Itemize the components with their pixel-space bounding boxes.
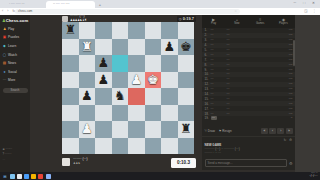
square-e4[interactable] [128, 88, 145, 105]
move-time: ···· [289, 112, 293, 116]
square-b7[interactable]: ♜ [79, 39, 96, 56]
tab-strip: · ···· ····· ··· ·· ···· ···· ···· + ─ □… [0, 0, 320, 8]
black-move[interactable]: ··· [227, 72, 243, 76]
sidebar-item-watch[interactable]: ▢Watch [0, 50, 30, 59]
browser-tab-2[interactable]: ·· ···· ···· ···· [46, 1, 95, 8]
url-field[interactable]: ☆ chess.com [15, 9, 240, 14]
bookmark-star-icon[interactable]: ☆ [234, 9, 237, 14]
square-h3[interactable] [178, 105, 195, 122]
black-move[interactable]: ··· [227, 58, 243, 62]
move-time: ···· [289, 68, 293, 72]
square-f3[interactable] [145, 105, 162, 122]
piece-white-pawn[interactable]: ♟ [81, 121, 93, 137]
opponent-bar: ········ (···) ♟♟♟♟♞♝♜ ◷ 0:19.7 [62, 15, 196, 22]
start-button[interactable]: ⊞ [3, 174, 8, 179]
move-time: ···· [289, 28, 293, 32]
square-a3[interactable] [62, 105, 79, 122]
taskbar-app-icon[interactable] [46, 174, 51, 179]
sidebar-item-label: Play [8, 27, 14, 31]
white-move[interactable]: ··· [211, 97, 214, 101]
game-panel: ▶Play+New≡Games◉Players 1.··········2.··… [202, 15, 295, 170]
square-f6[interactable] [145, 55, 162, 72]
square-a2[interactable] [62, 121, 79, 138]
sidebar-item-label: Learn [8, 44, 16, 48]
tab-favicon [49, 3, 52, 6]
black-move[interactable]: ··· [227, 38, 243, 42]
square-g4[interactable] [161, 88, 178, 105]
square-h8[interactable] [178, 22, 195, 39]
chat-area: NEW GAME·········· (···) ·· ·········· (… [202, 143, 295, 157]
black-move[interactable]: ··· [227, 43, 243, 47]
player-clock: 0:10.3 [171, 158, 196, 168]
chess-board: ♜♜♟♚♟♟♟♚♟♞♟♜ [62, 22, 194, 154]
move-time: ···· [289, 63, 293, 67]
square-f1[interactable] [145, 138, 162, 155]
white-move[interactable]: ··· [211, 102, 214, 106]
square-e8[interactable] [128, 22, 145, 39]
move-time: ···· [289, 102, 293, 106]
move-time: ···· [289, 72, 293, 76]
move-time: ·· [291, 116, 293, 120]
square-d7[interactable] [112, 39, 129, 56]
square-g6[interactable] [161, 55, 178, 72]
browser-tab-1[interactable]: · ···· ····· ··· [2, 1, 45, 8]
square-h5[interactable] [178, 72, 195, 89]
clock-icon: ◷ [179, 17, 182, 21]
white-move[interactable]: ··· [211, 92, 214, 96]
black-move[interactable]: ··· [227, 33, 243, 37]
url-text: chess.com [18, 9, 32, 13]
square-a6[interactable] [62, 55, 79, 72]
square-h4[interactable] [178, 88, 195, 105]
square-f4[interactable] [145, 88, 162, 105]
piece-black-pawn[interactable]: ♟ [97, 55, 109, 71]
first-move-button[interactable]: « [261, 128, 268, 134]
white-move[interactable]: ··· [211, 107, 214, 111]
square-d3[interactable] [112, 105, 129, 122]
square-d4[interactable]: ♞ [112, 88, 129, 105]
sidebar-item-puzzles[interactable]: ▣Puzzles [0, 33, 30, 42]
right-gutter [295, 15, 320, 172]
browser-chrome: · ···· ····· ··· ·· ···· ···· ···· + ─ □… [0, 0, 320, 15]
square-f8[interactable] [145, 22, 162, 39]
square-g7[interactable]: ♟ [161, 39, 178, 56]
square-c4[interactable] [95, 88, 112, 105]
piece-black-king[interactable]: ♚ [180, 39, 192, 55]
panel-tab-label: Games [249, 22, 272, 25]
square-d2[interactable] [112, 121, 129, 138]
white-move[interactable]: ··· [211, 87, 214, 91]
play-icon: ♟ [3, 27, 7, 31]
black-move[interactable]: ··· [227, 53, 243, 57]
sidebar-item-more[interactable]: ⋯More [0, 76, 30, 85]
piece-black-rook[interactable]: ♜ [64, 22, 76, 38]
square-f2[interactable] [145, 121, 162, 138]
more-icon: ⋯ [3, 78, 7, 82]
white-move[interactable]: ··· [211, 28, 214, 32]
move-list: 1.··········2.··········3.··········4.··… [202, 28, 295, 127]
panel-tab-games[interactable]: ≡Games [249, 15, 272, 28]
black-move[interactable]: ··· [227, 63, 243, 67]
taskbar-app-icon[interactable] [24, 174, 29, 179]
white-move[interactable]: ··· [211, 43, 214, 47]
sidebar-item-news[interactable]: ▤News [0, 59, 30, 68]
square-d5[interactable] [112, 72, 129, 89]
taskbar-app-icon[interactable] [10, 174, 15, 179]
window-controls[interactable]: ─ □ ✕ [294, 0, 318, 7]
black-move[interactable]: ··· [227, 102, 243, 106]
last-move-button[interactable]: » [286, 128, 293, 134]
move-time: ···· [289, 77, 293, 81]
resign-button[interactable]: ⚑ Resign [219, 129, 232, 133]
taskbar-app-icon[interactable] [38, 174, 43, 179]
move-time: ···· [289, 82, 293, 86]
player-captured-pieces: ♟♟♞ [73, 162, 80, 165]
white-move[interactable]: ··· [211, 77, 214, 81]
square-e7[interactable] [128, 39, 145, 56]
square-b5[interactable] [79, 72, 96, 89]
move-time: ···· [289, 43, 293, 47]
square-g3[interactable] [161, 105, 178, 122]
square-c1[interactable] [95, 138, 112, 155]
black-move[interactable]: ··· [227, 112, 243, 116]
white-move[interactable]: ··· [211, 72, 214, 76]
settings-gear-icon[interactable]: ⚙ [289, 161, 293, 166]
square-c2[interactable] [95, 121, 112, 138]
black-move[interactable]: ··· [227, 28, 243, 32]
white-move[interactable]: ··· [211, 48, 214, 52]
square-c7[interactable] [95, 39, 112, 56]
chat-line: ········ · ·· ··· [205, 152, 293, 156]
sidebar-item-learn[interactable]: ◆Learn [0, 42, 30, 51]
square-b4[interactable]: ♟ [79, 88, 96, 105]
square-c5[interactable]: ♟ [95, 72, 112, 89]
square-g2[interactable] [161, 121, 178, 138]
learn-icon: ◆ [3, 44, 7, 48]
panel-tab-play[interactable]: ▶Play [202, 15, 225, 28]
screen: · ···· ····· ··· ·· ···· ···· ···· + ─ □… [0, 0, 320, 180]
move-time: ···· [289, 92, 293, 96]
sidebar-item-play[interactable]: ♟Play [0, 25, 30, 34]
address-bar: ‹ › ↻ ☆ chess.com ◳ ⋮ [0, 8, 320, 15]
square-e6[interactable] [128, 55, 145, 72]
piece-black-knight[interactable]: ♞ [114, 88, 126, 104]
square-d8[interactable] [112, 22, 129, 39]
opponent-avatar [62, 16, 68, 22]
square-g8[interactable] [161, 22, 178, 39]
move-time: ···· [289, 87, 293, 91]
main-area: ········ (···) ♟♟♟♟♞♝♜ ◷ 0:19.7 ♜♜♟♚♟♟♟♚… [30, 15, 320, 172]
browser-extension-icons[interactable]: ◳ ⋮ [304, 8, 318, 15]
square-a7[interactable] [62, 39, 79, 56]
move-time: ···· [289, 48, 293, 52]
sidebar-item-label: News [8, 61, 16, 65]
move-time: ···· [289, 38, 293, 42]
sidebar-item-label: More [8, 78, 15, 82]
black-move[interactable]: ··· [227, 97, 243, 101]
player-bar: ········ (···) ♟♟♞ 0:10.3 [62, 156, 196, 169]
taskbar-app-icon[interactable] [31, 174, 36, 179]
square-g1[interactable] [161, 138, 178, 155]
piece-black-pawn[interactable]: ♟ [81, 88, 93, 104]
white-move[interactable]: ··· [211, 63, 214, 67]
move-list-scrollbar[interactable] [293, 40, 295, 66]
square-d6[interactable] [112, 55, 129, 72]
square-c8[interactable] [95, 22, 112, 39]
white-move[interactable]: ··· [211, 38, 214, 42]
prev-move-button[interactable]: ‹ [269, 128, 276, 134]
panel-tab-new[interactable]: +New [225, 15, 248, 28]
move-row[interactable]: 19.····· [202, 116, 295, 121]
square-a8[interactable]: ♜ [62, 22, 79, 39]
piece-black-pawn[interactable]: ♟ [163, 39, 175, 55]
white-move[interactable]: ··· [211, 116, 217, 120]
black-move[interactable]: ··· [227, 68, 243, 72]
black-move[interactable]: ··· [227, 77, 243, 81]
taskbar-app-icon[interactable] [17, 174, 22, 179]
puzzles-icon: ▣ [3, 35, 7, 39]
sidebar-item-label: Watch [8, 53, 17, 57]
panel-sub-toolbar: ↻⚙ [202, 136, 295, 143]
taskbar-clock[interactable]: ··:·· ·· ··/··/···· [309, 173, 317, 179]
white-move[interactable]: ··· [211, 68, 214, 72]
chesscom-logo[interactable]: ♟Chess.com [0, 15, 30, 25]
player-avatar [62, 158, 70, 166]
piece-black-rook[interactable]: ♜ [180, 121, 192, 137]
square-a1[interactable] [62, 138, 79, 155]
watch-icon: ▢ [3, 53, 7, 57]
white-move[interactable]: ··· [211, 33, 214, 37]
square-g5[interactable] [161, 72, 178, 89]
piece-black-pawn[interactable]: ♟ [97, 72, 109, 88]
move-time: ···· [289, 97, 293, 101]
square-h1[interactable] [178, 138, 195, 155]
white-move[interactable]: ··· [211, 58, 214, 62]
square-h7[interactable]: ♚ [178, 39, 195, 56]
windows-taskbar: ⊞ ··:·· ·· ··/··/···· [0, 172, 320, 180]
panel-tab-label: Players [272, 22, 295, 25]
square-c6[interactable]: ♟ [95, 55, 112, 72]
panel-settings-icon[interactable]: ⚙ [289, 138, 292, 142]
square-e2[interactable] [128, 121, 145, 138]
square-h2[interactable]: ♜ [178, 121, 195, 138]
black-move[interactable]: ··· [227, 87, 243, 91]
sidebar: ♟Chess.com ♟Play▣Puzzles◆Learn▢Watch▤New… [0, 15, 30, 172]
square-a4[interactable] [62, 88, 79, 105]
black-move[interactable]: ··· [227, 92, 243, 96]
move-time: ···· [289, 33, 293, 37]
square-b2[interactable]: ♟ [79, 121, 96, 138]
square-d1[interactable] [112, 138, 129, 155]
panel-tab-label: New [225, 22, 248, 25]
square-e1[interactable] [128, 138, 145, 155]
move-time: ···· [289, 107, 293, 111]
game-controls: ½ Draw ⚑ Resign «‹›» [202, 127, 295, 136]
square-b6[interactable] [79, 55, 96, 72]
sidebar-item-label: Puzzles [8, 35, 19, 39]
refresh-icon[interactable]: ↻ [284, 138, 287, 142]
piece-white-pawn[interactable]: ♟ [130, 72, 142, 88]
piece-white-rook[interactable]: ♜ [81, 39, 93, 55]
black-move[interactable]: ··· [227, 107, 243, 111]
square-b1[interactable] [79, 138, 96, 155]
news-icon: ▤ [3, 61, 7, 65]
white-move[interactable]: ··· [211, 112, 214, 116]
sidebar-footer-link[interactable]: ⋯ [3, 157, 13, 162]
sidebar-footer: ⊕ ·······? ·······⋯ [3, 147, 13, 162]
message-input[interactable]: Send a message... [205, 159, 287, 167]
square-c3[interactable] [95, 105, 112, 122]
tab-favicon [5, 3, 8, 6]
message-row: Send a message... ⚙ [202, 157, 295, 170]
square-b3[interactable] [79, 105, 96, 122]
next-move-button[interactable]: › [277, 128, 284, 134]
square-h6[interactable] [178, 55, 195, 72]
square-f7[interactable] [145, 39, 162, 56]
square-f5[interactable]: ♚ [145, 72, 162, 89]
new-tab-button[interactable]: + [97, 2, 103, 8]
black-move[interactable]: ··· [227, 82, 243, 86]
black-move[interactable]: ··· [227, 48, 243, 52]
square-a5[interactable] [62, 72, 79, 89]
sidebar-item-label: Social [8, 70, 17, 74]
square-e3[interactable] [128, 105, 145, 122]
panel-tab-players[interactable]: ◉Players [272, 15, 295, 28]
draw-button[interactable]: ½ Draw [205, 129, 215, 133]
piece-white-king[interactable]: ♚ [147, 72, 159, 88]
square-e5[interactable]: ♟ [128, 72, 145, 89]
move-time: ···· [289, 53, 293, 57]
square-b8[interactable] [79, 22, 96, 39]
sidebar-item-social[interactable]: ●Social [0, 67, 30, 76]
social-icon: ● [3, 70, 7, 74]
sidebar-search[interactable]: Search [3, 88, 28, 94]
panel-tab-label: Play [202, 22, 225, 25]
opponent-clock: ◷ 0:19.7 [177, 16, 196, 22]
white-move[interactable]: ··· [211, 82, 214, 86]
move-time: ···· [289, 58, 293, 62]
white-move[interactable]: ··· [211, 53, 214, 57]
